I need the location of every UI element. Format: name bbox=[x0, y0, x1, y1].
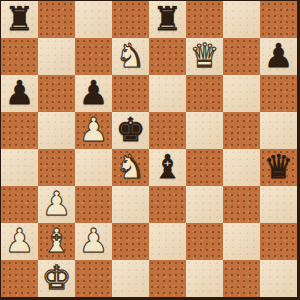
square-e5[interactable] bbox=[149, 112, 186, 149]
square-h7[interactable]: ♟ bbox=[260, 38, 297, 75]
square-f5[interactable] bbox=[186, 112, 223, 149]
square-d6[interactable] bbox=[112, 75, 149, 112]
square-h2[interactable] bbox=[260, 223, 297, 260]
white-pawn[interactable]: ♟ bbox=[79, 224, 109, 257]
square-e6[interactable] bbox=[149, 75, 186, 112]
square-b3[interactable]: ♟ bbox=[38, 186, 75, 223]
square-h3[interactable] bbox=[260, 186, 297, 223]
square-f7[interactable]: ♛ bbox=[186, 38, 223, 75]
square-e4[interactable]: ♝ bbox=[149, 149, 186, 186]
square-g1[interactable] bbox=[223, 260, 260, 297]
white-queen[interactable]: ♛ bbox=[190, 39, 220, 72]
square-c3[interactable] bbox=[75, 186, 112, 223]
square-d2[interactable] bbox=[112, 223, 149, 260]
square-f8[interactable] bbox=[186, 1, 223, 38]
square-a8[interactable]: ♜ bbox=[1, 1, 38, 38]
square-h5[interactable] bbox=[260, 112, 297, 149]
black-king[interactable]: ♚ bbox=[116, 113, 146, 146]
square-b5[interactable] bbox=[38, 112, 75, 149]
square-f2[interactable] bbox=[186, 223, 223, 260]
chessboard: ♜♜♞♛♟♟♟♟♚♞♝♛♟♟♝♟♚ bbox=[1, 1, 297, 297]
square-b6[interactable] bbox=[38, 75, 75, 112]
black-bishop[interactable]: ♝ bbox=[153, 150, 183, 183]
square-f3[interactable] bbox=[186, 186, 223, 223]
black-pawn[interactable]: ♟ bbox=[264, 39, 294, 72]
square-f1[interactable] bbox=[186, 260, 223, 297]
square-a2[interactable]: ♟ bbox=[1, 223, 38, 260]
square-g3[interactable] bbox=[223, 186, 260, 223]
square-g7[interactable] bbox=[223, 38, 260, 75]
white-king[interactable]: ♚ bbox=[42, 261, 72, 294]
square-c8[interactable] bbox=[75, 1, 112, 38]
square-a7[interactable] bbox=[1, 38, 38, 75]
black-pawn[interactable]: ♟ bbox=[79, 76, 109, 109]
square-b1[interactable]: ♚ bbox=[38, 260, 75, 297]
square-h4[interactable]: ♛ bbox=[260, 149, 297, 186]
square-g5[interactable] bbox=[223, 112, 260, 149]
square-e1[interactable] bbox=[149, 260, 186, 297]
white-bishop[interactable]: ♝ bbox=[42, 224, 72, 257]
square-e2[interactable] bbox=[149, 223, 186, 260]
white-knight[interactable]: ♞ bbox=[116, 150, 146, 183]
white-pawn[interactable]: ♟ bbox=[5, 224, 35, 257]
square-b7[interactable] bbox=[38, 38, 75, 75]
square-c4[interactable] bbox=[75, 149, 112, 186]
square-f6[interactable] bbox=[186, 75, 223, 112]
square-d7[interactable]: ♞ bbox=[112, 38, 149, 75]
square-e3[interactable] bbox=[149, 186, 186, 223]
square-g2[interactable] bbox=[223, 223, 260, 260]
board-frame: ♜♜♞♛♟♟♟♟♚♞♝♛♟♟♝♟♚ bbox=[0, 0, 300, 300]
square-a5[interactable] bbox=[1, 112, 38, 149]
square-c5[interactable]: ♟ bbox=[75, 112, 112, 149]
square-c1[interactable] bbox=[75, 260, 112, 297]
black-rook[interactable]: ♜ bbox=[5, 2, 35, 35]
square-e8[interactable]: ♜ bbox=[149, 1, 186, 38]
square-b2[interactable]: ♝ bbox=[38, 223, 75, 260]
square-a6[interactable]: ♟ bbox=[1, 75, 38, 112]
black-pawn[interactable]: ♟ bbox=[5, 76, 35, 109]
square-c2[interactable]: ♟ bbox=[75, 223, 112, 260]
square-c7[interactable] bbox=[75, 38, 112, 75]
square-d5[interactable]: ♚ bbox=[112, 112, 149, 149]
white-pawn[interactable]: ♟ bbox=[79, 113, 109, 146]
square-b4[interactable] bbox=[38, 149, 75, 186]
white-knight[interactable]: ♞ bbox=[116, 39, 146, 72]
black-rook[interactable]: ♜ bbox=[153, 2, 183, 35]
square-a3[interactable] bbox=[1, 186, 38, 223]
square-g8[interactable] bbox=[223, 1, 260, 38]
square-d4[interactable]: ♞ bbox=[112, 149, 149, 186]
square-g6[interactable] bbox=[223, 75, 260, 112]
square-h6[interactable] bbox=[260, 75, 297, 112]
square-e7[interactable] bbox=[149, 38, 186, 75]
black-queen[interactable]: ♛ bbox=[264, 150, 294, 183]
white-pawn[interactable]: ♟ bbox=[42, 187, 72, 220]
square-a4[interactable] bbox=[1, 149, 38, 186]
square-d8[interactable] bbox=[112, 1, 149, 38]
square-d3[interactable] bbox=[112, 186, 149, 223]
square-a1[interactable] bbox=[1, 260, 38, 297]
square-d1[interactable] bbox=[112, 260, 149, 297]
square-h1[interactable] bbox=[260, 260, 297, 297]
square-f4[interactable] bbox=[186, 149, 223, 186]
square-c6[interactable]: ♟ bbox=[75, 75, 112, 112]
square-b8[interactable] bbox=[38, 1, 75, 38]
square-h8[interactable] bbox=[260, 1, 297, 38]
square-g4[interactable] bbox=[223, 149, 260, 186]
